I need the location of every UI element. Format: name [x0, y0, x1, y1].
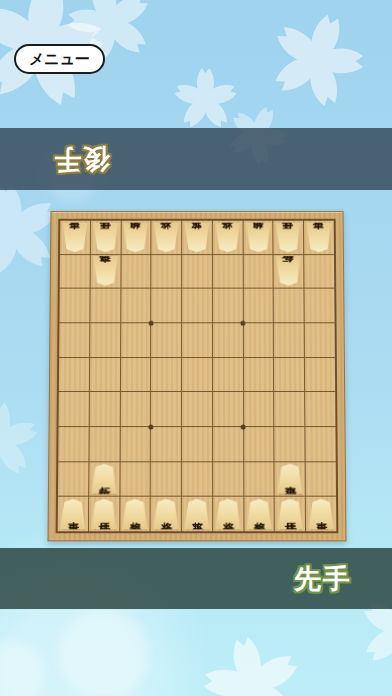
board-cell[interactable] [121, 255, 151, 288]
board-cell[interactable]: 金将 [151, 497, 181, 531]
board-cell[interactable]: 玉将 [182, 221, 212, 254]
board-cell[interactable] [274, 358, 304, 392]
board-cell[interactable] [152, 255, 182, 288]
shogi-piece-sente[interactable]: 王将 [184, 499, 210, 529]
board-cell[interactable] [120, 358, 150, 392]
board-cell[interactable] [90, 289, 120, 322]
board-cell[interactable] [59, 323, 89, 356]
board-cell[interactable] [151, 462, 181, 496]
board-cell[interactable]: 銀将 [121, 221, 151, 254]
board-cell[interactable] [244, 427, 274, 461]
board-cell[interactable]: 桂馬 [274, 221, 304, 254]
board-cell[interactable] [121, 323, 151, 356]
board-cell[interactable] [151, 427, 181, 461]
shogi-piece-gote[interactable]: 玉将 [184, 223, 210, 252]
shogi-piece-sente[interactable]: 角行 [91, 464, 117, 494]
shogi-piece-gote[interactable]: 角行 [276, 257, 302, 287]
board-cell[interactable] [182, 392, 212, 426]
gote-banner: 後手 [0, 128, 392, 190]
board-cell[interactable]: 香車 [304, 221, 334, 254]
shogi-piece-sente[interactable]: 桂馬 [91, 499, 117, 529]
shogi-piece-sente[interactable]: 銀将 [122, 499, 148, 529]
board-cell[interactable] [213, 289, 243, 322]
board-cell[interactable]: 銀将 [120, 497, 150, 531]
board-cell[interactable]: 金将 [213, 221, 243, 254]
shogi-piece-gote[interactable]: 桂馬 [92, 223, 118, 252]
board-cell[interactable] [182, 358, 212, 392]
shogi-piece-gote[interactable]: 香車 [306, 223, 332, 252]
shogi-board: 香車桂馬銀将金将玉将金将銀将桂馬香車飛車角行角行飛車香車桂馬銀将金将王将金将銀将… [47, 211, 346, 541]
board-cell[interactable]: 角行 [89, 462, 119, 496]
shogi-piece-gote[interactable]: 銀将 [123, 223, 149, 252]
board-cell[interactable] [304, 255, 334, 288]
shogi-piece-gote[interactable]: 香車 [62, 223, 88, 252]
board-cell[interactable] [182, 289, 212, 322]
board-cell[interactable]: 桂馬 [89, 497, 119, 531]
board-cell[interactable] [59, 289, 89, 322]
app-screen: 後手 先手 香車桂馬銀将金将玉将金将銀将桂馬香車飛車角行角行飛車香車桂馬銀将金将… [0, 0, 392, 696]
bokeh-circle [58, 608, 150, 696]
board-cell[interactable] [182, 323, 212, 356]
shogi-piece-sente[interactable]: 桂馬 [277, 499, 303, 529]
board-cell[interactable] [59, 392, 89, 426]
board-cell[interactable] [151, 392, 181, 426]
shogi-piece-sente[interactable]: 飛車 [277, 464, 303, 494]
board-cell[interactable] [58, 427, 88, 461]
board-cell[interactable] [244, 358, 274, 392]
menu-button[interactable]: メニュー [14, 44, 105, 74]
shogi-piece-sente[interactable]: 金将 [215, 499, 241, 529]
board-cell[interactable] [243, 255, 273, 288]
board-cell[interactable]: 香車 [58, 497, 88, 531]
board-cell[interactable] [305, 392, 335, 426]
shogi-piece-gote[interactable]: 銀将 [245, 223, 271, 252]
board-cell[interactable]: 飛車 [275, 462, 305, 496]
board-cell[interactable] [274, 289, 304, 322]
sakura-flower [247, 0, 388, 130]
board-cell[interactable]: 銀将 [244, 497, 274, 531]
board-cell[interactable] [306, 427, 336, 461]
board-cell[interactable] [244, 462, 274, 496]
board-cell[interactable] [151, 358, 181, 392]
board-cell[interactable] [275, 427, 305, 461]
shogi-piece-gote[interactable]: 飛車 [92, 257, 118, 287]
star-point [241, 424, 246, 429]
star-point [149, 321, 154, 326]
board-cell[interactable]: 王将 [182, 497, 212, 531]
board-cell[interactable]: 桂馬 [275, 497, 305, 531]
shogi-piece-sente[interactable]: 香車 [60, 499, 86, 529]
board-cell[interactable] [120, 462, 150, 496]
board-cell[interactable] [90, 358, 120, 392]
board-cell[interactable]: 香車 [306, 497, 336, 531]
board-cell[interactable] [151, 289, 181, 322]
board-cell[interactable] [213, 462, 243, 496]
star-point [149, 424, 154, 429]
board-cell[interactable] [305, 289, 335, 322]
board-cell[interactable]: 金将 [152, 221, 182, 254]
sente-label: 先手 [294, 565, 352, 592]
star-point [241, 321, 246, 326]
sente-banner: 先手 [0, 548, 392, 609]
board-cell[interactable] [213, 427, 243, 461]
board-cell[interactable] [213, 255, 243, 288]
board-cell[interactable] [120, 427, 150, 461]
board-cell[interactable] [305, 323, 335, 356]
shogi-piece-gote[interactable]: 桂馬 [276, 223, 302, 252]
board-cell[interactable]: 金将 [213, 497, 243, 531]
board-cell[interactable] [244, 392, 274, 426]
board-cell[interactable] [89, 427, 119, 461]
board-cell[interactable] [275, 392, 305, 426]
board-cell[interactable] [59, 358, 89, 392]
board-cell[interactable] [244, 323, 274, 356]
board-cell[interactable] [182, 255, 212, 288]
shogi-piece-sente[interactable]: 香車 [308, 499, 334, 529]
board-cell[interactable]: 香車 [60, 221, 90, 254]
board-cell[interactable] [121, 289, 151, 322]
board-cell[interactable] [213, 392, 243, 426]
board-cell[interactable]: 銀将 [243, 221, 273, 254]
board-cell[interactable] [306, 462, 336, 496]
board-cell[interactable] [213, 323, 243, 356]
board-cell[interactable] [305, 358, 335, 392]
board-cell[interactable]: 角行 [274, 255, 304, 288]
board-cell[interactable] [182, 427, 212, 461]
board-cell[interactable]: 飛車 [90, 255, 120, 288]
board-cell[interactable] [120, 392, 150, 426]
sakura-flower [0, 395, 45, 485]
shogi-piece-gote[interactable]: 金将 [215, 223, 241, 252]
board-cell[interactable] [90, 323, 120, 356]
board-cell[interactable] [58, 462, 88, 496]
shogi-piece-gote[interactable]: 金将 [154, 223, 180, 252]
board-cell[interactable] [243, 289, 273, 322]
bokeh-circle [0, 640, 45, 696]
shogi-piece-sente[interactable]: 金将 [153, 499, 179, 529]
board-cell[interactable]: 桂馬 [91, 221, 121, 254]
board-grid: 香車桂馬銀将金将玉将金将銀将桂馬香車飛車角行角行飛車香車桂馬銀将金将王将金将銀将… [56, 219, 339, 533]
sakura-flower [184, 617, 320, 696]
board-cell[interactable] [182, 462, 212, 496]
board-cell[interactable] [213, 358, 243, 392]
gote-label: 後手 [52, 146, 110, 173]
board-cell[interactable] [89, 392, 119, 426]
board-cell[interactable] [60, 255, 90, 288]
board-cell[interactable] [151, 323, 181, 356]
sakura-flower [168, 62, 243, 137]
shogi-piece-sente[interactable]: 銀将 [246, 499, 272, 529]
board-cell[interactable] [274, 323, 304, 356]
